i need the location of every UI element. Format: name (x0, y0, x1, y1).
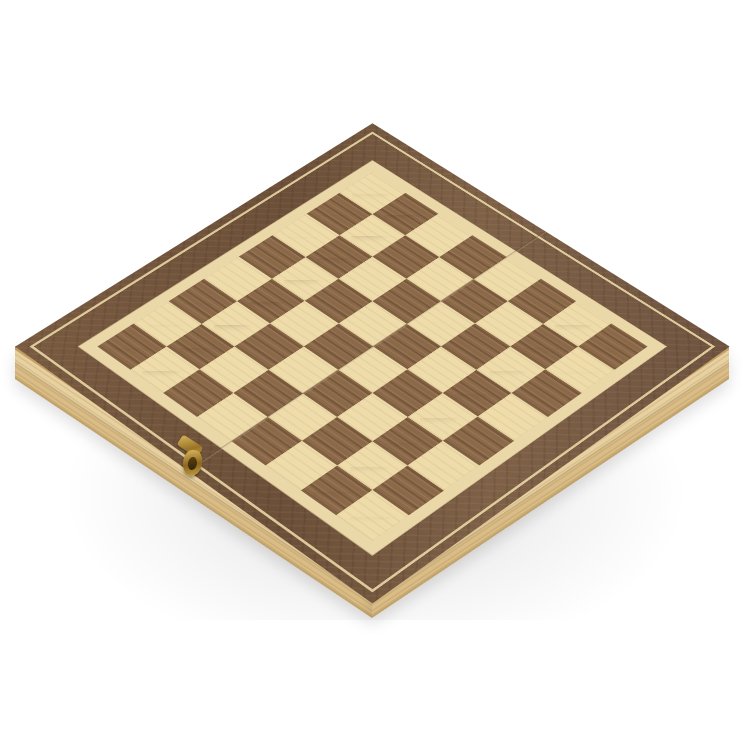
clasp-loop (181, 449, 204, 478)
brass-clasp (176, 438, 210, 482)
clasp-hole (187, 456, 198, 470)
chess-set-scene: ♜♞♝♚♛♝♞♜♟♟♟♟♟♟♟♟♟♟♟♟♟♟♟♟♜♞♝♚♛♝♞♜ (0, 0, 745, 742)
